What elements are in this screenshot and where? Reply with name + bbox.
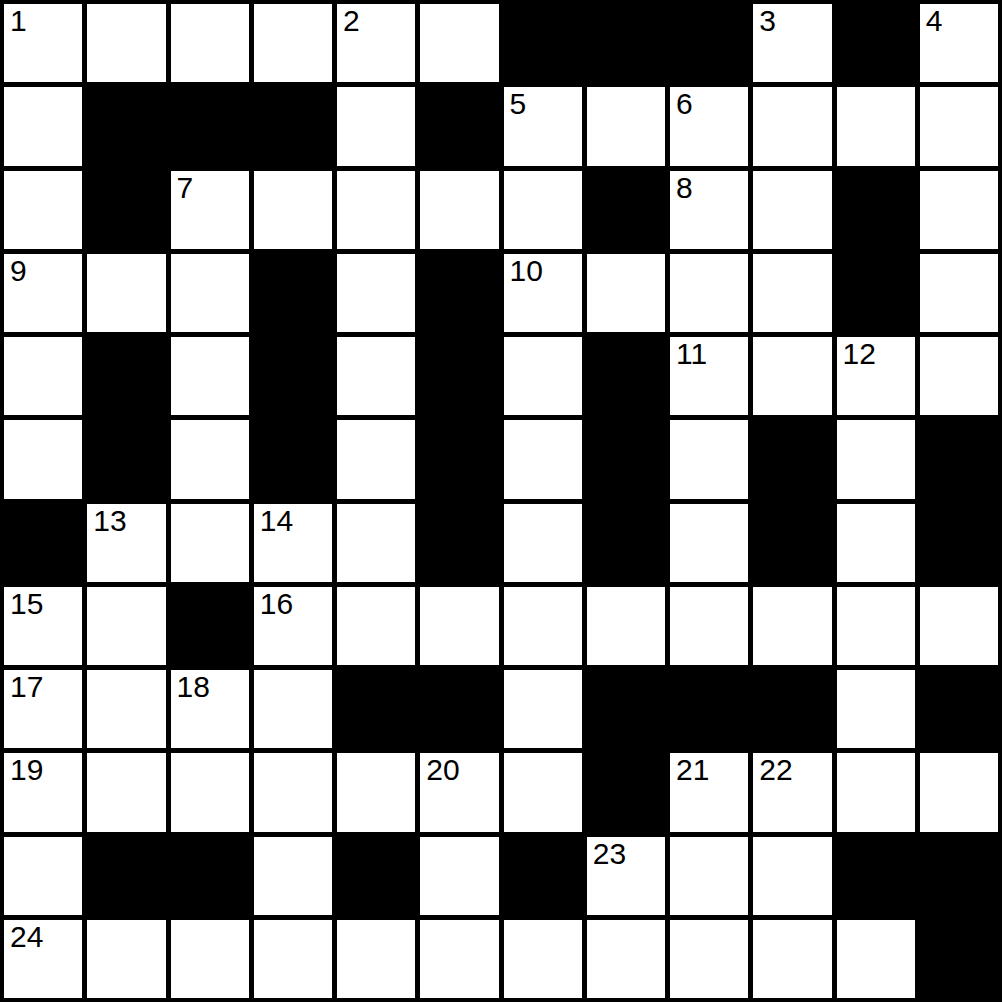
letter-cell-r8c7[interactable] <box>504 587 582 665</box>
letter-cell-r6c3[interactable] <box>171 420 249 498</box>
letter-cell-r4c2[interactable] <box>87 254 165 332</box>
letter-cell-r9c2[interactable] <box>87 670 165 748</box>
letter-cell-r2c7[interactable]: 5 <box>504 87 582 165</box>
letter-cell-r2c11[interactable] <box>837 87 915 165</box>
clue-number-7: 7 <box>177 172 194 204</box>
letter-cell-r10c2[interactable] <box>87 753 165 831</box>
clue-number-19: 19 <box>10 754 43 786</box>
letter-cell-r10c9[interactable]: 21 <box>670 753 748 831</box>
letter-cell-r10c4[interactable] <box>254 753 332 831</box>
letter-cell-r8c11[interactable] <box>837 587 915 665</box>
letter-cell-r9c3[interactable]: 18 <box>171 670 249 748</box>
letter-cell-r1c5[interactable]: 2 <box>337 4 415 82</box>
clue-number-17: 17 <box>10 671 43 703</box>
letter-cell-r3c12[interactable] <box>920 171 998 249</box>
block-cell-r11c3 <box>171 837 249 915</box>
letter-cell-r5c7[interactable] <box>504 337 582 415</box>
letter-cell-r12c4[interactable] <box>254 920 332 998</box>
letter-cell-r7c2[interactable]: 13 <box>87 504 165 582</box>
letter-cell-r8c8[interactable] <box>587 587 665 665</box>
clue-number-2: 2 <box>343 5 360 37</box>
block-cell-r12c12 <box>920 920 998 998</box>
letter-cell-r1c1[interactable]: 1 <box>4 4 82 82</box>
letter-cell-r12c11[interactable] <box>837 920 915 998</box>
letter-cell-r12c8[interactable] <box>587 920 665 998</box>
letter-cell-r4c5[interactable] <box>337 254 415 332</box>
letter-cell-r11c6[interactable] <box>420 837 498 915</box>
letter-cell-r5c9[interactable]: 11 <box>670 337 748 415</box>
block-cell-r7c1 <box>4 504 82 582</box>
letter-cell-r5c11[interactable]: 12 <box>837 337 915 415</box>
clue-number-8: 8 <box>676 172 693 204</box>
block-cell-r2c2 <box>87 87 165 165</box>
letter-cell-r2c8[interactable] <box>587 87 665 165</box>
letter-cell-r10c11[interactable] <box>837 753 915 831</box>
letter-cell-r3c6[interactable] <box>420 171 498 249</box>
block-cell-r6c10 <box>753 420 831 498</box>
clue-number-3: 3 <box>759 5 776 37</box>
block-cell-r11c5 <box>337 837 415 915</box>
block-cell-r7c12 <box>920 504 998 582</box>
block-cell-r1c11 <box>837 4 915 82</box>
block-cell-r7c6 <box>420 504 498 582</box>
block-cell-r4c6 <box>420 254 498 332</box>
letter-cell-r12c3[interactable] <box>171 920 249 998</box>
block-cell-r9c9 <box>670 670 748 748</box>
block-cell-r2c6 <box>420 87 498 165</box>
letter-cell-r12c1[interactable]: 24 <box>4 920 82 998</box>
block-cell-r1c8 <box>587 4 665 82</box>
clue-number-14: 14 <box>260 505 293 537</box>
letter-cell-r7c11[interactable] <box>837 504 915 582</box>
block-cell-r11c11 <box>837 837 915 915</box>
letter-cell-r12c5[interactable] <box>337 920 415 998</box>
letter-cell-r10c6[interactable]: 20 <box>420 753 498 831</box>
letter-cell-r6c5[interactable] <box>337 420 415 498</box>
block-cell-r2c3 <box>171 87 249 165</box>
letter-cell-r4c12[interactable] <box>920 254 998 332</box>
clue-number-10: 10 <box>510 255 543 287</box>
letter-cell-r8c10[interactable] <box>753 587 831 665</box>
letter-cell-r2c5[interactable] <box>337 87 415 165</box>
letter-cell-r3c1[interactable] <box>4 171 82 249</box>
letter-cell-r10c10[interactable]: 22 <box>753 753 831 831</box>
letter-cell-r8c4[interactable]: 16 <box>254 587 332 665</box>
letter-cell-r3c4[interactable] <box>254 171 332 249</box>
block-cell-r5c8 <box>587 337 665 415</box>
letter-cell-r4c9[interactable] <box>670 254 748 332</box>
letter-cell-r6c11[interactable] <box>837 420 915 498</box>
block-cell-r10c8 <box>587 753 665 831</box>
letter-cell-r5c12[interactable] <box>920 337 998 415</box>
clue-number-6: 6 <box>676 88 693 120</box>
block-cell-r8c3 <box>171 587 249 665</box>
letter-cell-r7c3[interactable] <box>171 504 249 582</box>
letter-cell-r6c7[interactable] <box>504 420 582 498</box>
letter-cell-r8c6[interactable] <box>420 587 498 665</box>
block-cell-r2c4 <box>254 87 332 165</box>
letter-cell-r1c10[interactable]: 3 <box>753 4 831 82</box>
clue-number-18: 18 <box>177 671 210 703</box>
letter-cell-r12c7[interactable] <box>504 920 582 998</box>
letter-cell-r3c5[interactable] <box>337 171 415 249</box>
block-cell-r9c10 <box>753 670 831 748</box>
block-cell-r9c5 <box>337 670 415 748</box>
block-cell-r11c7 <box>504 837 582 915</box>
clue-number-21: 21 <box>676 754 709 786</box>
letter-cell-r9c7[interactable] <box>504 670 582 748</box>
clue-number-11: 11 <box>676 338 707 370</box>
letter-cell-r8c5[interactable] <box>337 587 415 665</box>
letter-cell-r7c7[interactable] <box>504 504 582 582</box>
letter-cell-r3c3[interactable]: 7 <box>171 171 249 249</box>
letter-cell-r3c7[interactable] <box>504 171 582 249</box>
letter-cell-r7c5[interactable] <box>337 504 415 582</box>
letter-cell-r12c10[interactable] <box>753 920 831 998</box>
letter-cell-r9c4[interactable] <box>254 670 332 748</box>
letter-cell-r4c10[interactable] <box>753 254 831 332</box>
letter-cell-r11c1[interactable] <box>4 837 82 915</box>
block-cell-r9c6 <box>420 670 498 748</box>
clue-number-16: 16 <box>260 588 293 620</box>
letter-cell-r7c9[interactable] <box>670 504 748 582</box>
clue-number-22: 22 <box>759 754 792 786</box>
clue-number-13: 13 <box>93 505 126 537</box>
block-cell-r5c4 <box>254 337 332 415</box>
letter-cell-r5c10[interactable] <box>753 337 831 415</box>
letter-cell-r4c7[interactable]: 10 <box>504 254 582 332</box>
block-cell-r7c8 <box>587 504 665 582</box>
letter-cell-r6c1[interactable] <box>4 420 82 498</box>
block-cell-r6c4 <box>254 420 332 498</box>
letter-cell-r2c9[interactable]: 6 <box>670 87 748 165</box>
block-cell-r6c12 <box>920 420 998 498</box>
letter-cell-r6c9[interactable] <box>670 420 748 498</box>
letter-cell-r2c10[interactable] <box>753 87 831 165</box>
block-cell-r6c2 <box>87 420 165 498</box>
letter-cell-r3c10[interactable] <box>753 171 831 249</box>
letter-cell-r11c10[interactable] <box>753 837 831 915</box>
clue-number-24: 24 <box>10 921 43 953</box>
block-cell-r4c11 <box>837 254 915 332</box>
letter-cell-r9c1[interactable]: 17 <box>4 670 82 748</box>
letter-cell-r10c7[interactable] <box>504 753 582 831</box>
letter-cell-r10c12[interactable] <box>920 753 998 831</box>
letter-cell-r10c5[interactable] <box>337 753 415 831</box>
letter-cell-r5c5[interactable] <box>337 337 415 415</box>
block-cell-r6c6 <box>420 420 498 498</box>
clue-number-23: 23 <box>593 838 626 870</box>
clue-number-12: 12 <box>843 338 876 370</box>
block-cell-r3c8 <box>587 171 665 249</box>
letter-cell-r1c2[interactable] <box>87 4 165 82</box>
block-cell-r6c8 <box>587 420 665 498</box>
letter-cell-r1c3[interactable] <box>171 4 249 82</box>
block-cell-r9c12 <box>920 670 998 748</box>
letter-cell-r1c6[interactable] <box>420 4 498 82</box>
clue-number-5: 5 <box>510 88 527 120</box>
letter-cell-r10c1[interactable]: 19 <box>4 753 82 831</box>
letter-cell-r11c8[interactable]: 23 <box>587 837 665 915</box>
letter-cell-r12c9[interactable] <box>670 920 748 998</box>
letter-cell-r10c3[interactable] <box>171 753 249 831</box>
clue-number-1: 1 <box>10 5 27 37</box>
block-cell-r11c12 <box>920 837 998 915</box>
letter-cell-r1c12[interactable]: 4 <box>920 4 998 82</box>
clue-number-9: 9 <box>10 255 27 287</box>
letter-cell-r11c9[interactable] <box>670 837 748 915</box>
letter-cell-r3c9[interactable]: 8 <box>670 171 748 249</box>
letter-cell-r8c2[interactable] <box>87 587 165 665</box>
block-cell-r5c6 <box>420 337 498 415</box>
letter-cell-r4c3[interactable] <box>171 254 249 332</box>
letter-cell-r7c4[interactable]: 14 <box>254 504 332 582</box>
letter-cell-r2c1[interactable] <box>4 87 82 165</box>
block-cell-r5c2 <box>87 337 165 415</box>
letter-cell-r12c2[interactable] <box>87 920 165 998</box>
block-cell-r4c4 <box>254 254 332 332</box>
crossword-board: 123456789101112131415161718192021222324 <box>0 0 1002 1002</box>
letter-cell-r8c9[interactable] <box>670 587 748 665</box>
letter-cell-r4c8[interactable] <box>587 254 665 332</box>
letter-cell-r11c4[interactable] <box>254 837 332 915</box>
letter-cell-r9c11[interactable] <box>837 670 915 748</box>
letter-cell-r5c1[interactable] <box>4 337 82 415</box>
letter-cell-r8c1[interactable]: 15 <box>4 587 82 665</box>
block-cell-r9c8 <box>587 670 665 748</box>
letter-cell-r8c12[interactable] <box>920 587 998 665</box>
block-cell-r1c7 <box>504 4 582 82</box>
letter-cell-r1c4[interactable] <box>254 4 332 82</box>
letter-cell-r2c12[interactable] <box>920 87 998 165</box>
letter-cell-r12c6[interactable] <box>420 920 498 998</box>
clue-number-4: 4 <box>926 5 943 37</box>
block-cell-r11c2 <box>87 837 165 915</box>
block-cell-r3c2 <box>87 171 165 249</box>
letter-cell-r5c3[interactable] <box>171 337 249 415</box>
block-cell-r7c10 <box>753 504 831 582</box>
block-cell-r3c11 <box>837 171 915 249</box>
block-cell-r1c9 <box>670 4 748 82</box>
letter-cell-r4c1[interactable]: 9 <box>4 254 82 332</box>
clue-number-20: 20 <box>426 754 459 786</box>
clue-number-15: 15 <box>10 588 43 620</box>
